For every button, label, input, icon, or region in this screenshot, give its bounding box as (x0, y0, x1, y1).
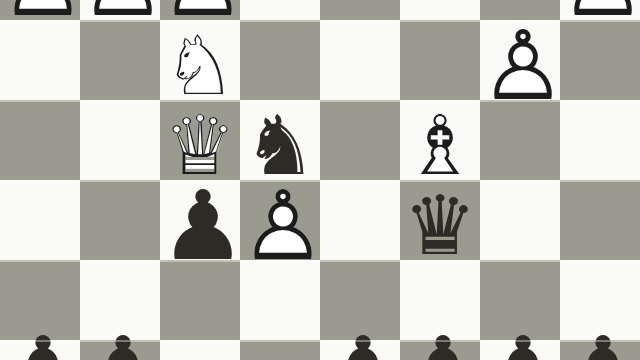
square-g3[interactable] (80, 20, 160, 100)
white-knight-icon: ♘ (160, 26, 240, 106)
square-e6[interactable] (240, 260, 320, 340)
square-d3[interactable] (320, 20, 400, 100)
square-h5[interactable] (0, 180, 80, 260)
white-pawn-icon: ♙ (0, 0, 80, 22)
square-a2[interactable]: ♟♙ (560, 0, 640, 20)
square-f6[interactable] (160, 260, 240, 340)
square-g5[interactable] (80, 180, 160, 260)
black-pawn[interactable]: ♟ (320, 332, 400, 360)
black-pawn[interactable]: ♟ (560, 332, 640, 360)
square-g4[interactable] (80, 100, 160, 180)
black-pawn-icon: ♟ (560, 332, 640, 360)
white-pawn-icon: ♙ (480, 26, 560, 106)
white-pawn[interactable]: ♟♙ (240, 186, 320, 266)
black-pawn-icon: ♟ (160, 186, 240, 266)
square-f5[interactable]: ♟ (160, 180, 240, 260)
white-pawn-icon: ♙ (240, 186, 320, 266)
white-pawn[interactable]: ♟♙ (0, 0, 80, 22)
square-a5[interactable] (560, 180, 640, 260)
square-d2[interactable] (320, 0, 400, 20)
black-pawn[interactable]: ♟ (480, 332, 560, 360)
square-c2[interactable] (400, 0, 480, 20)
square-e3[interactable] (240, 20, 320, 100)
square-h2[interactable]: ♟♙ (0, 0, 80, 20)
square-e2[interactable] (240, 0, 320, 20)
white-pawn[interactable]: ♟♙ (80, 0, 160, 22)
square-h7[interactable]: ♟ (0, 340, 80, 360)
square-a7[interactable]: ♟ (560, 340, 640, 360)
black-pawn[interactable]: ♟ (0, 332, 80, 360)
black-pawn-icon: ♟ (400, 332, 480, 360)
square-h4[interactable] (0, 100, 80, 180)
square-a4[interactable] (560, 100, 640, 180)
black-pawn[interactable]: ♟ (400, 332, 480, 360)
square-f2[interactable]: ♟♙ (160, 0, 240, 20)
chessboard: ♟♙♟♙♟♙♟♙♞♘♟♙♛♕♞♝♗♟♟♙♛♟♟♟♟♟♟ (0, 0, 640, 360)
square-d7[interactable]: ♟ (320, 340, 400, 360)
square-b5[interactable] (480, 180, 560, 260)
square-d4[interactable] (320, 100, 400, 180)
square-c3[interactable] (400, 20, 480, 100)
square-f7[interactable] (160, 340, 240, 360)
white-pawn-icon: ♙ (560, 0, 640, 22)
square-b3[interactable]: ♟♙ (480, 20, 560, 100)
black-queen[interactable]: ♛ (400, 186, 480, 266)
white-bishop-icon: ♗ (400, 106, 480, 186)
black-pawn-icon: ♟ (0, 332, 80, 360)
white-pawn[interactable]: ♟♙ (480, 26, 560, 106)
square-c7[interactable]: ♟ (400, 340, 480, 360)
square-e5[interactable]: ♟♙ (240, 180, 320, 260)
black-pawn-icon: ♟ (480, 332, 560, 360)
black-queen-icon: ♛ (400, 186, 480, 266)
square-g2[interactable]: ♟♙ (80, 0, 160, 20)
black-pawn[interactable]: ♟ (160, 186, 240, 266)
square-c4[interactable]: ♝♗ (400, 100, 480, 180)
board-grid: ♟♙♟♙♟♙♟♙♞♘♟♙♛♕♞♝♗♟♟♙♛♟♟♟♟♟♟ (0, 0, 640, 360)
white-pawn[interactable]: ♟♙ (560, 0, 640, 22)
white-knight[interactable]: ♞♘ (160, 26, 240, 106)
black-pawn-icon: ♟ (320, 332, 400, 360)
black-pawn[interactable]: ♟ (80, 332, 160, 360)
square-g7[interactable]: ♟ (80, 340, 160, 360)
square-a3[interactable] (560, 20, 640, 100)
square-f4[interactable]: ♛♕ (160, 100, 240, 180)
square-c5[interactable]: ♛ (400, 180, 480, 260)
black-pawn-icon: ♟ (80, 332, 160, 360)
square-d5[interactable] (320, 180, 400, 260)
square-e7[interactable] (240, 340, 320, 360)
square-f3[interactable]: ♞♘ (160, 20, 240, 100)
white-pawn-icon: ♙ (80, 0, 160, 22)
square-b4[interactable] (480, 100, 560, 180)
square-b7[interactable]: ♟ (480, 340, 560, 360)
square-h3[interactable] (0, 20, 80, 100)
square-e4[interactable]: ♞ (240, 100, 320, 180)
white-bishop[interactable]: ♝♗ (400, 106, 480, 186)
